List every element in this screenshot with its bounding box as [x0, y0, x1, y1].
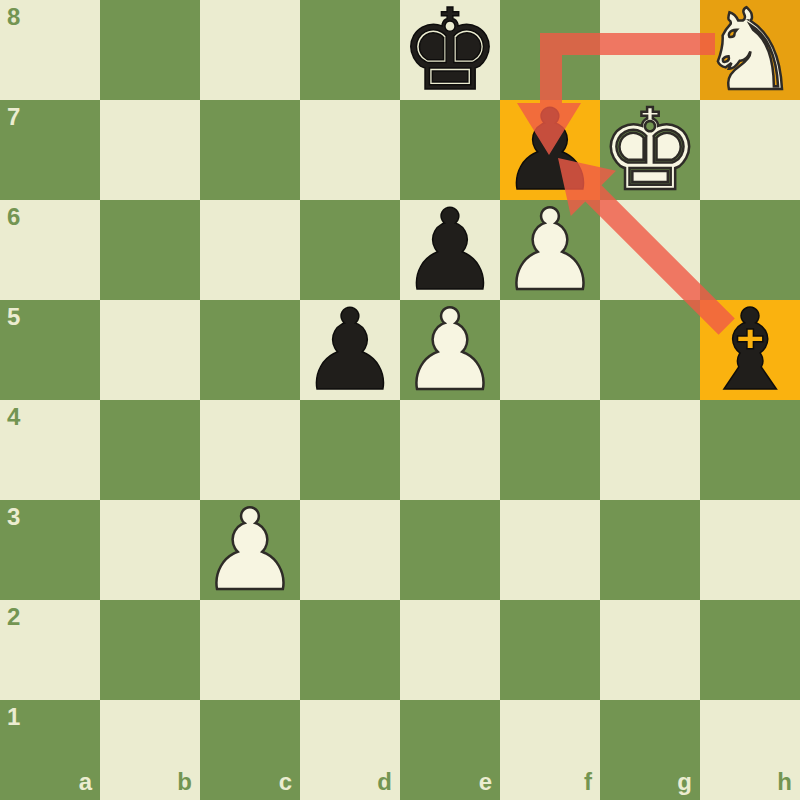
square-g4[interactable] [600, 400, 700, 500]
square-e1[interactable]: e [400, 700, 500, 800]
black-pawn[interactable]: ♟ [300, 300, 400, 400]
rank-label-3: 3 [7, 503, 20, 531]
square-d4[interactable] [300, 400, 400, 500]
rank-label-8: 8 [7, 3, 20, 31]
square-b1[interactable]: b [100, 700, 200, 800]
file-label-e: e [479, 768, 492, 796]
white-knight[interactable]: ♞ [700, 0, 800, 100]
square-f4[interactable] [500, 400, 600, 500]
square-c6[interactable] [200, 200, 300, 300]
black-king[interactable]: ♚ [400, 0, 500, 100]
file-label-d: d [377, 768, 392, 796]
square-h2[interactable] [700, 600, 800, 700]
square-f2[interactable] [500, 600, 600, 700]
file-label-f: f [584, 768, 592, 796]
file-label-a: a [79, 768, 92, 796]
square-h7[interactable] [700, 100, 800, 200]
square-e3[interactable] [400, 500, 500, 600]
square-d8[interactable] [300, 0, 400, 100]
square-e8[interactable]: ♚ [400, 0, 500, 100]
square-b4[interactable] [100, 400, 200, 500]
file-label-g: g [677, 768, 692, 796]
square-a7[interactable]: 7 [0, 100, 100, 200]
square-d3[interactable] [300, 500, 400, 600]
square-b6[interactable] [100, 200, 200, 300]
rank-label-5: 5 [7, 303, 20, 331]
square-g5[interactable] [600, 300, 700, 400]
square-b3[interactable] [100, 500, 200, 600]
square-g2[interactable] [600, 600, 700, 700]
square-h1[interactable]: h [700, 700, 800, 800]
square-d5[interactable]: ♟ [300, 300, 400, 400]
square-b2[interactable] [100, 600, 200, 700]
black-bishop[interactable]: ♝ [700, 300, 800, 400]
square-h5[interactable]: ♝ [700, 300, 800, 400]
square-c7[interactable] [200, 100, 300, 200]
square-e2[interactable] [400, 600, 500, 700]
file-label-c: c [279, 768, 292, 796]
square-c8[interactable] [200, 0, 300, 100]
square-f3[interactable] [500, 500, 600, 600]
square-h3[interactable] [700, 500, 800, 600]
rank-label-6: 6 [7, 203, 20, 231]
square-a6[interactable]: 6 [0, 200, 100, 300]
chess-board: 8♚♞7♟♚6♟♟5♟♟♝43♟21abcdefgh [0, 0, 800, 800]
rank-label-7: 7 [7, 103, 20, 131]
rank-label-2: 2 [7, 603, 20, 631]
square-a2[interactable]: 2 [0, 600, 100, 700]
square-c2[interactable] [200, 600, 300, 700]
square-g3[interactable] [600, 500, 700, 600]
square-d7[interactable] [300, 100, 400, 200]
square-b8[interactable] [100, 0, 200, 100]
file-label-b: b [177, 768, 192, 796]
square-a4[interactable]: 4 [0, 400, 100, 500]
square-h8[interactable]: ♞ [700, 0, 800, 100]
white-king[interactable]: ♚ [600, 100, 700, 200]
square-f6[interactable]: ♟ [500, 200, 600, 300]
file-label-h: h [777, 768, 792, 796]
square-f1[interactable]: f [500, 700, 600, 800]
square-c1[interactable]: c [200, 700, 300, 800]
square-g7[interactable]: ♚ [600, 100, 700, 200]
square-a8[interactable]: 8 [0, 0, 100, 100]
square-b5[interactable] [100, 300, 200, 400]
square-g6[interactable] [600, 200, 700, 300]
white-pawn[interactable]: ♟ [500, 200, 600, 300]
square-a3[interactable]: 3 [0, 500, 100, 600]
square-e5[interactable]: ♟ [400, 300, 500, 400]
square-a5[interactable]: 5 [0, 300, 100, 400]
square-d1[interactable]: d [300, 700, 400, 800]
rank-label-4: 4 [7, 403, 20, 431]
rank-label-1: 1 [7, 703, 20, 731]
square-a1[interactable]: 1a [0, 700, 100, 800]
square-c3[interactable]: ♟ [200, 500, 300, 600]
square-b7[interactable] [100, 100, 200, 200]
white-pawn[interactable]: ♟ [200, 500, 300, 600]
square-c5[interactable] [200, 300, 300, 400]
square-f5[interactable] [500, 300, 600, 400]
square-h4[interactable] [700, 400, 800, 500]
square-e4[interactable] [400, 400, 500, 500]
square-d2[interactable] [300, 600, 400, 700]
square-g1[interactable]: g [600, 700, 700, 800]
white-pawn[interactable]: ♟ [400, 300, 500, 400]
